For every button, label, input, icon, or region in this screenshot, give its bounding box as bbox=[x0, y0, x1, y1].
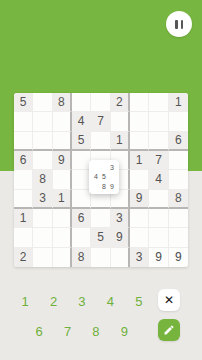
cell-r7c3[interactable] bbox=[53, 209, 72, 228]
cell-r3c8[interactable] bbox=[149, 132, 168, 151]
cell-r8c9[interactable] bbox=[169, 228, 188, 247]
cell-r7c4[interactable]: 6 bbox=[72, 209, 91, 228]
cell-r2c6[interactable] bbox=[111, 112, 130, 131]
cell-r1c4[interactable] bbox=[72, 93, 91, 112]
cell-r8c8[interactable] bbox=[149, 228, 168, 247]
cell-r7c8[interactable] bbox=[149, 209, 168, 228]
cell-r8c3[interactable] bbox=[53, 228, 72, 247]
cell-r3c1[interactable] bbox=[14, 132, 33, 151]
cell-r5c1[interactable] bbox=[14, 170, 33, 189]
numpad-digit-2[interactable]: 2 bbox=[39, 291, 67, 311]
cell-r8c4[interactable] bbox=[72, 228, 91, 247]
cell-r9c7[interactable]: 3 bbox=[130, 248, 149, 267]
cell-r8c6[interactable]: 9 bbox=[111, 228, 130, 247]
cell-r2c5[interactable]: 7 bbox=[91, 112, 110, 131]
cell-r1c6[interactable]: 2 bbox=[111, 93, 130, 112]
pencil-icon bbox=[163, 324, 175, 336]
cell-r5c8[interactable]: 4 bbox=[149, 170, 168, 189]
cell-r9c9[interactable]: 9 bbox=[169, 248, 188, 267]
cell-r2c7[interactable] bbox=[130, 112, 149, 131]
cell-r9c6[interactable] bbox=[111, 248, 130, 267]
note-digit-3: 3 bbox=[108, 163, 116, 172]
cell-r1c2[interactable] bbox=[33, 93, 52, 112]
note-digit-6 bbox=[108, 172, 116, 181]
numpad-digit-5[interactable]: 5 bbox=[125, 291, 153, 311]
cell-r5c7[interactable] bbox=[130, 170, 149, 189]
cell-r4c8[interactable]: 7 bbox=[149, 151, 168, 170]
cell-r9c1[interactable]: 2 bbox=[14, 248, 33, 267]
cell-r2c1[interactable] bbox=[14, 112, 33, 131]
cell-r1c3[interactable]: 8 bbox=[53, 93, 72, 112]
cell-r3c6[interactable]: 1 bbox=[111, 132, 130, 151]
note-digit-4: 4 bbox=[92, 172, 100, 181]
cell-r6c4[interactable] bbox=[72, 190, 91, 209]
cell-r2c8[interactable] bbox=[149, 112, 168, 131]
cell-r4c2[interactable] bbox=[33, 151, 52, 170]
cell-r3c2[interactable] bbox=[33, 132, 52, 151]
cell-r8c1[interactable] bbox=[14, 228, 33, 247]
numpad-digit-4[interactable]: 4 bbox=[96, 291, 124, 311]
cell-r7c9[interactable] bbox=[169, 209, 188, 228]
numpad-row-2: 6789 bbox=[25, 321, 139, 341]
cell-r1c1[interactable]: 5 bbox=[14, 93, 33, 112]
note-digit-7 bbox=[92, 182, 100, 191]
numpad-digit-6[interactable]: 6 bbox=[25, 321, 53, 341]
cell-r5c2[interactable]: 8 bbox=[33, 170, 52, 189]
cell-r2c9[interactable] bbox=[169, 112, 188, 131]
pause-button[interactable] bbox=[166, 11, 192, 37]
cell-r2c4[interactable]: 4 bbox=[72, 112, 91, 131]
erase-button[interactable]: ✕ bbox=[158, 289, 180, 311]
pencil-mode-button[interactable] bbox=[158, 319, 180, 341]
cell-r9c8[interactable]: 9 bbox=[149, 248, 168, 267]
cell-r6c3[interactable]: 1 bbox=[53, 190, 72, 209]
cell-r9c3[interactable] bbox=[53, 248, 72, 267]
cell-r4c1[interactable]: 6 bbox=[14, 151, 33, 170]
cell-r6c1[interactable] bbox=[14, 190, 33, 209]
cell-r7c6[interactable]: 3 bbox=[111, 209, 130, 228]
cell-r2c3[interactable] bbox=[53, 112, 72, 131]
cell-r9c5[interactable] bbox=[91, 248, 110, 267]
cell-r7c2[interactable] bbox=[33, 209, 52, 228]
cell-r6c9[interactable]: 8 bbox=[169, 190, 188, 209]
notes-cell-r5c5[interactable]: 34589 bbox=[89, 160, 119, 194]
note-digit-5: 5 bbox=[100, 172, 108, 181]
numpad-digit-7[interactable]: 7 bbox=[53, 321, 81, 341]
cell-r5c3[interactable] bbox=[53, 170, 72, 189]
pause-icon bbox=[181, 20, 184, 29]
cell-r3c4[interactable]: 5 bbox=[72, 132, 91, 151]
cell-r3c5[interactable] bbox=[91, 132, 110, 151]
numpad-digit-9[interactable]: 9 bbox=[110, 321, 138, 341]
cell-r3c9[interactable]: 6 bbox=[169, 132, 188, 151]
cell-r6c7[interactable]: 9 bbox=[130, 190, 149, 209]
cell-r4c3[interactable]: 9 bbox=[53, 151, 72, 170]
numpad-digit-8[interactable]: 8 bbox=[82, 321, 110, 341]
cell-r7c7[interactable] bbox=[130, 209, 149, 228]
cell-r1c7[interactable] bbox=[130, 93, 149, 112]
pause-icon bbox=[175, 20, 178, 29]
cell-r6c2[interactable]: 3 bbox=[33, 190, 52, 209]
note-digit-9: 9 bbox=[108, 182, 116, 191]
cell-r7c1[interactable]: 1 bbox=[14, 209, 33, 228]
cell-r2c2[interactable] bbox=[33, 112, 52, 131]
cell-r7c5[interactable] bbox=[91, 209, 110, 228]
numpad-digit-1[interactable]: 1 bbox=[11, 291, 39, 311]
cell-r9c2[interactable] bbox=[33, 248, 52, 267]
cell-r3c7[interactable] bbox=[130, 132, 149, 151]
cell-r5c9[interactable] bbox=[169, 170, 188, 189]
cell-r1c8[interactable] bbox=[149, 93, 168, 112]
cell-r8c5[interactable]: 5 bbox=[91, 228, 110, 247]
cell-r6c8[interactable] bbox=[149, 190, 168, 209]
note-digit-2 bbox=[100, 163, 108, 172]
numpad-digit-3[interactable]: 3 bbox=[68, 291, 96, 311]
cell-r4c9[interactable] bbox=[169, 151, 188, 170]
cell-r1c5[interactable] bbox=[91, 93, 110, 112]
note-digit-1 bbox=[92, 163, 100, 172]
numpad-row-1: 12345 bbox=[11, 291, 153, 311]
note-digit-8: 8 bbox=[100, 182, 108, 191]
cell-r9c4[interactable]: 8 bbox=[72, 248, 91, 267]
cell-r8c7[interactable] bbox=[130, 228, 149, 247]
cell-r4c7[interactable]: 1 bbox=[130, 151, 149, 170]
cell-r3c3[interactable] bbox=[53, 132, 72, 151]
cell-r8c2[interactable] bbox=[33, 228, 52, 247]
cell-r1c9[interactable]: 1 bbox=[169, 93, 188, 112]
